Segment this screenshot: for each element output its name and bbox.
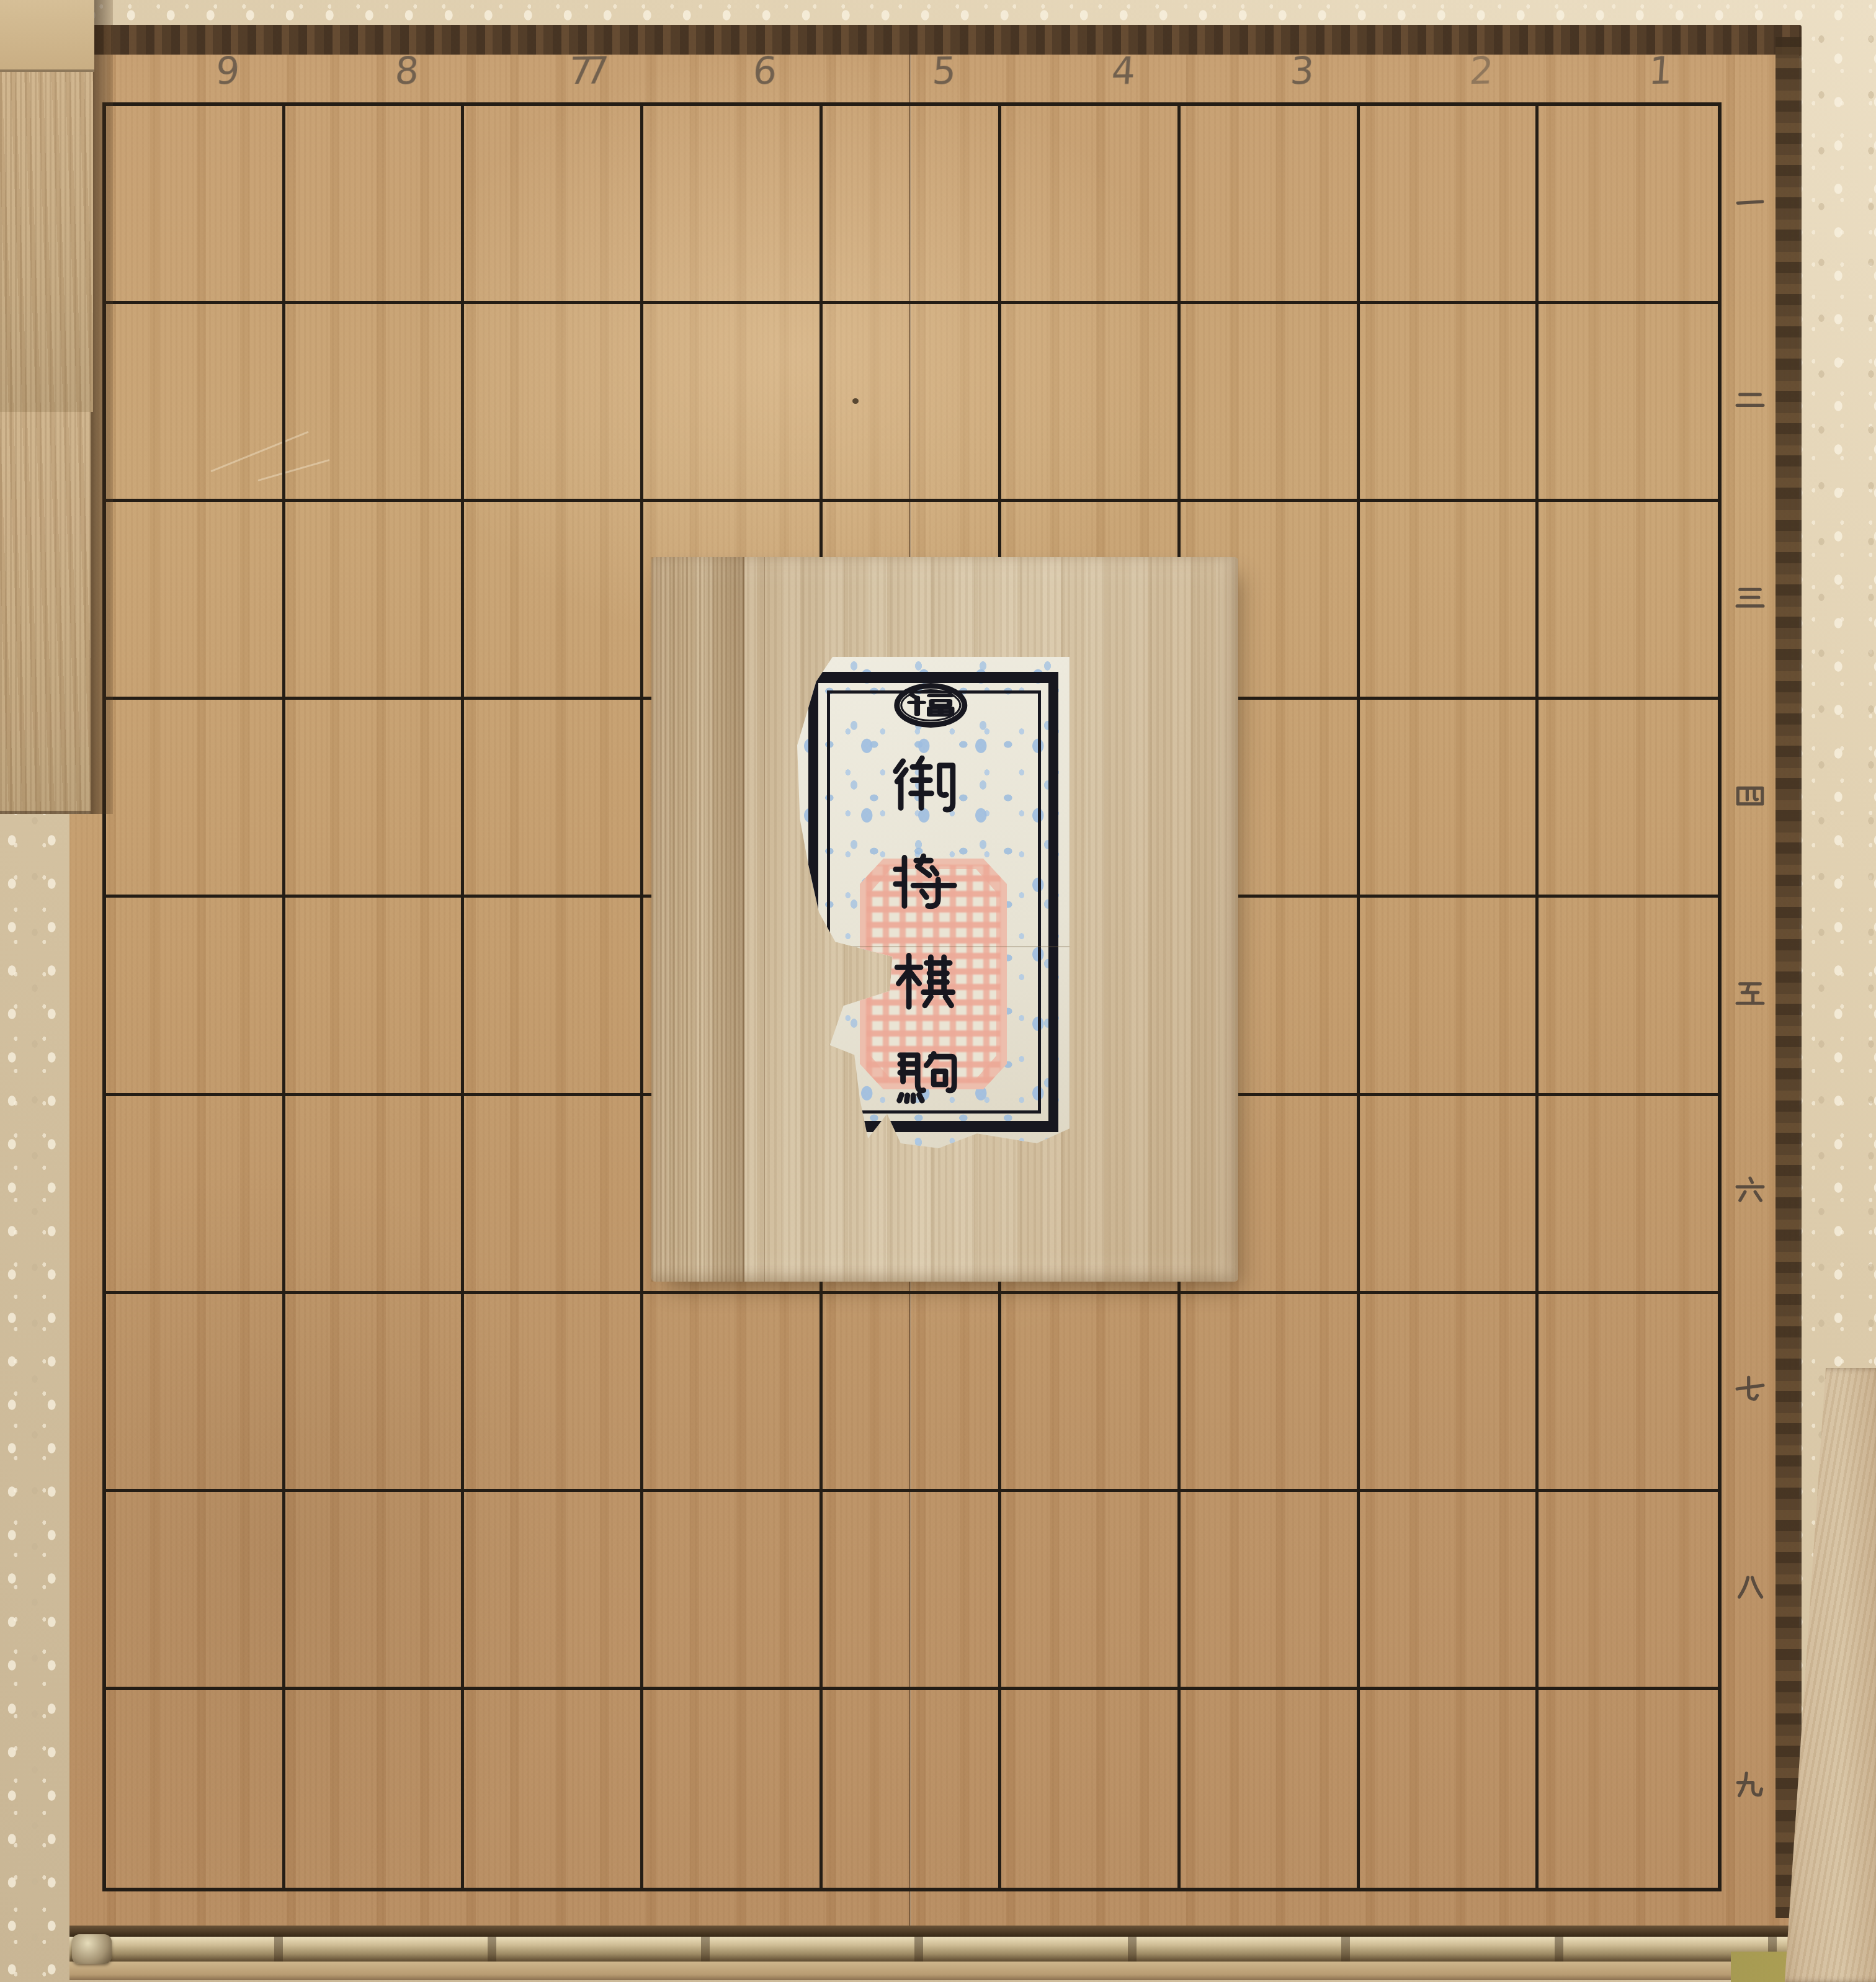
board-square[interactable] <box>285 304 465 502</box>
shadow-gap <box>91 0 113 814</box>
board-square[interactable] <box>285 1294 465 1492</box>
board-square[interactable] <box>464 1294 643 1492</box>
board-square[interactable] <box>464 502 643 700</box>
board-square[interactable] <box>285 106 465 304</box>
board-square[interactable] <box>823 106 1002 304</box>
board-square[interactable] <box>1001 106 1181 304</box>
kanji-three-icon <box>1732 579 1768 615</box>
board-square[interactable] <box>464 898 643 1096</box>
board-square[interactable] <box>1360 1492 1539 1690</box>
board-square[interactable] <box>106 1294 285 1492</box>
board-square[interactable] <box>1360 106 1539 304</box>
kanji-five-icon <box>1732 975 1768 1011</box>
kanji-seven-icon <box>1732 1371 1768 1407</box>
shogi-piece-box: 福 御將棋駒 <box>651 557 1238 1282</box>
board-square[interactable] <box>285 898 465 1096</box>
kanji-eight-icon <box>1732 1569 1768 1605</box>
file-label-6: 6 <box>640 45 819 97</box>
board-square[interactable] <box>106 1492 285 1690</box>
board-square[interactable] <box>1001 1492 1181 1690</box>
board-square[interactable] <box>1360 1294 1539 1492</box>
board-square[interactable] <box>1360 700 1539 898</box>
hinge-knuckle <box>72 1934 112 1964</box>
board-square[interactable] <box>643 1690 823 1888</box>
board-square[interactable] <box>1001 304 1181 502</box>
kanji-six-icon <box>1732 1173 1768 1209</box>
board-square[interactable] <box>106 1096 285 1294</box>
board-square[interactable] <box>1181 1294 1360 1492</box>
board-square[interactable] <box>1181 1492 1360 1690</box>
box-label: 福 御將棋駒 <box>797 657 1070 1148</box>
photo-scene: 9 8 77 6 5 4 3 2 1 一 二 三 四 五 六 七 八 九 <box>0 0 1876 1982</box>
wooden-strip-left <box>0 72 93 412</box>
maker-mark-fuku-icon: 福 <box>894 683 967 728</box>
board-square[interactable] <box>1539 1096 1718 1294</box>
wooden-strip-left-lower <box>0 412 91 814</box>
board-square[interactable] <box>643 106 823 304</box>
kanji-fuku-icon <box>904 691 957 720</box>
board-square[interactable] <box>1181 304 1360 502</box>
board-square[interactable] <box>106 502 285 700</box>
kanji-nine-icon <box>1732 1767 1768 1803</box>
board-square[interactable] <box>464 1096 643 1294</box>
board-square[interactable] <box>106 106 285 304</box>
board-square[interactable] <box>1539 106 1718 304</box>
board-square[interactable] <box>1539 1294 1718 1492</box>
label-title: 御將棋駒 <box>888 745 962 1121</box>
board-square[interactable] <box>823 1492 1002 1690</box>
board-square[interactable] <box>1360 1096 1539 1294</box>
kanji-ki-icon <box>888 941 962 1023</box>
file-label-1: 1 <box>1535 45 1714 97</box>
kanji-go-icon <box>888 745 962 827</box>
file-label-2: 2 <box>1356 45 1535 97</box>
board-square[interactable] <box>106 898 285 1096</box>
board-right-edge <box>1775 37 1802 1918</box>
file-label-9: 9 <box>102 45 282 97</box>
file-label-3: 3 <box>1177 45 1356 97</box>
board-square[interactable] <box>1360 304 1539 502</box>
board-square[interactable] <box>1539 1492 1718 1690</box>
board-square[interactable] <box>464 700 643 898</box>
board-square[interactable] <box>464 1690 643 1888</box>
kanji-sho-icon <box>888 843 962 925</box>
board-square[interactable] <box>1539 304 1718 502</box>
board-square[interactable] <box>1539 700 1718 898</box>
board-square[interactable] <box>106 1690 285 1888</box>
board-square[interactable] <box>1539 502 1718 700</box>
board-square[interactable] <box>285 1492 465 1690</box>
board-square[interactable] <box>1001 1690 1181 1888</box>
hinge-rod <box>69 1937 1799 1962</box>
board-square[interactable] <box>106 700 285 898</box>
kanji-two-icon <box>1732 382 1768 417</box>
board-square[interactable] <box>823 304 1002 502</box>
board-bottom-groove <box>69 1926 1799 1937</box>
kanji-four-icon <box>1732 777 1768 813</box>
board-square[interactable] <box>823 1294 1002 1492</box>
board-square[interactable] <box>1181 106 1360 304</box>
wooden-strip-top-left <box>0 0 94 72</box>
board-square[interactable] <box>464 1492 643 1690</box>
board-square[interactable] <box>643 1492 823 1690</box>
board-square[interactable] <box>823 1690 1002 1888</box>
file-labels: 9 8 77 6 5 4 3 2 1 <box>102 45 1714 97</box>
board-square[interactable] <box>643 1294 823 1492</box>
kanji-one-icon <box>1732 184 1768 220</box>
box-lid-plank <box>651 557 744 1282</box>
board-bottom-rim <box>69 1962 1799 1980</box>
board-square[interactable] <box>1539 1690 1718 1888</box>
file-label-4: 4 <box>998 45 1177 97</box>
board-square[interactable] <box>643 304 823 502</box>
kanji-koma-icon <box>888 1039 962 1121</box>
board-square[interactable] <box>285 1096 465 1294</box>
board-square[interactable] <box>1181 1690 1360 1888</box>
board-square[interactable] <box>464 106 643 304</box>
file-label-7: 77 <box>460 45 640 97</box>
board-square[interactable] <box>1360 898 1539 1096</box>
file-label-5: 5 <box>819 45 998 97</box>
board-square[interactable] <box>285 502 465 700</box>
board-square[interactable] <box>464 304 643 502</box>
board-square[interactable] <box>106 304 285 502</box>
board-square[interactable] <box>1539 898 1718 1096</box>
board-square[interactable] <box>285 1690 465 1888</box>
board-square[interactable] <box>1360 502 1539 700</box>
file-label-8: 8 <box>282 45 461 97</box>
board-square[interactable] <box>1360 1690 1539 1888</box>
board-square[interactable] <box>285 700 465 898</box>
board-square[interactable] <box>1001 1294 1181 1492</box>
